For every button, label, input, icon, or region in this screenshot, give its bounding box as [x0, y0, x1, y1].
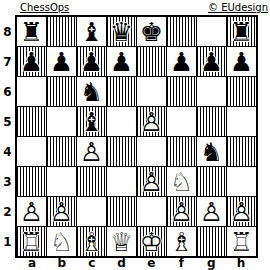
white-pawn-a2: ♟♙	[17, 197, 46, 226]
white-knight-b1: ♞♘	[47, 227, 76, 256]
square-d4[interactable]	[107, 137, 136, 166]
file-label-c: c	[77, 257, 107, 270]
square-c3[interactable]	[77, 167, 106, 196]
square-b7[interactable]: ♟	[47, 47, 76, 76]
piece-outline: ♖	[17, 227, 46, 256]
black-knight-g4: ♞	[197, 137, 226, 166]
rank-label-2: 2	[0, 197, 15, 227]
white-king-e1: ♚♔	[137, 227, 166, 256]
square-g1[interactable]	[197, 227, 226, 256]
square-d5[interactable]	[107, 107, 136, 136]
chess-board: ♜♝♛♚♜♟♟♟♟♟♟♟♞♝♟♙♟♙♞♟♙♞♘♟♙♟♙♟♙♟♙♟♙♜♖♞♘♝♗♛…	[17, 17, 256, 256]
piece-fill: ♟	[227, 197, 256, 226]
square-f3[interactable]: ♞♘	[167, 167, 196, 196]
piece-fill: ♝	[77, 227, 106, 256]
black-pawn-b7: ♟	[47, 47, 76, 76]
white-pawn-b2: ♟♙	[47, 197, 76, 226]
square-h6[interactable]	[227, 77, 256, 106]
square-h4[interactable]	[227, 137, 256, 166]
square-f4[interactable]	[167, 137, 196, 166]
piece-outline: ♙	[47, 197, 76, 226]
black-knight-c6: ♞	[77, 77, 106, 106]
square-f7[interactable]: ♟	[167, 47, 196, 76]
white-pawn-e5: ♟♙	[137, 107, 166, 136]
square-c8[interactable]: ♝	[77, 17, 106, 46]
piece-fill: ♟	[137, 167, 166, 196]
square-g8[interactable]	[197, 17, 226, 46]
square-c4[interactable]: ♟♙	[77, 137, 106, 166]
file-label-d: d	[107, 257, 137, 270]
piece-fill: ♚	[137, 227, 166, 256]
square-d8[interactable]: ♛	[107, 17, 136, 46]
black-pawn-f7: ♟	[167, 47, 196, 76]
white-pawn-g2: ♟♙	[197, 197, 226, 226]
white-bishop-f1: ♝♗	[167, 227, 196, 256]
square-b3[interactable]	[47, 167, 76, 196]
black-pawn-h7: ♟	[227, 47, 256, 76]
rank-label-1: 1	[0, 227, 15, 257]
white-pawn-c4: ♟♙	[77, 137, 106, 166]
black-pawn-c7: ♟	[77, 47, 106, 76]
piece-fill: ♟	[197, 197, 226, 226]
square-d6[interactable]	[107, 77, 136, 106]
piece-outline: ♙	[137, 167, 166, 196]
piece-fill: ♜	[17, 227, 46, 256]
square-a5[interactable]	[17, 107, 46, 136]
square-b8[interactable]	[47, 17, 76, 46]
white-queen-d1: ♛♕	[107, 227, 136, 256]
square-e3[interactable]: ♟♙	[137, 167, 166, 196]
square-c7[interactable]: ♟	[77, 47, 106, 76]
white-bishop-c1: ♝♗	[77, 227, 106, 256]
piece-fill: ♟	[167, 197, 196, 226]
square-a3[interactable]	[17, 167, 46, 196]
square-e7[interactable]	[137, 47, 166, 76]
piece-outline: ♘	[167, 167, 196, 196]
black-bishop-c5: ♝	[77, 107, 106, 136]
black-rook-a8: ♜	[17, 17, 46, 46]
square-d2[interactable]	[107, 197, 136, 226]
square-a6[interactable]	[17, 77, 46, 106]
square-f2[interactable]: ♟♙	[167, 197, 196, 226]
black-rook-h8: ♜	[227, 17, 256, 46]
square-h7[interactable]: ♟	[227, 47, 256, 76]
square-c6[interactable]: ♞	[77, 77, 106, 106]
square-c2[interactable]	[77, 197, 106, 226]
square-b5[interactable]	[47, 107, 76, 136]
white-knight-f3: ♞♘	[167, 167, 196, 196]
piece-fill: ♟	[17, 197, 46, 226]
square-h8[interactable]: ♜	[227, 17, 256, 46]
square-h2[interactable]: ♟♙	[227, 197, 256, 226]
square-e6[interactable]	[137, 77, 166, 106]
square-h5[interactable]	[227, 107, 256, 136]
square-g7[interactable]: ♟	[197, 47, 226, 76]
square-f1[interactable]: ♝♗	[167, 227, 196, 256]
square-a8[interactable]: ♜	[17, 17, 46, 46]
square-g6[interactable]	[197, 77, 226, 106]
square-h3[interactable]	[227, 167, 256, 196]
rank-label-6: 6	[0, 77, 15, 107]
square-a2[interactable]: ♟♙	[17, 197, 46, 226]
piece-fill: ♜	[227, 227, 256, 256]
rank-labels: 87654321	[0, 17, 15, 257]
rank-label-7: 7	[0, 47, 15, 77]
square-g3[interactable]	[197, 167, 226, 196]
chessops-diagram: ChessOps © EUdesign 87654321 ♜♝♛♚♜♟♟♟♟♟♟…	[0, 0, 270, 270]
rank-label-8: 8	[0, 17, 15, 47]
square-e4[interactable]	[137, 137, 166, 166]
square-b6[interactable]	[47, 77, 76, 106]
app-title[interactable]: ChessOps	[20, 1, 69, 14]
piece-outline: ♙	[137, 107, 166, 136]
file-label-b: b	[47, 257, 77, 270]
board-frame: ♜♝♛♚♜♟♟♟♟♟♟♟♞♝♟♙♟♙♞♟♙♞♘♟♙♟♙♟♙♟♙♟♙♜♖♞♘♝♗♛…	[15, 15, 258, 258]
white-pawn-e3: ♟♙	[137, 167, 166, 196]
square-e5[interactable]: ♟♙	[137, 107, 166, 136]
file-label-h: h	[226, 257, 256, 270]
file-label-a: a	[17, 257, 47, 270]
rank-label-5: 5	[0, 107, 15, 137]
piece-outline: ♗	[77, 227, 106, 256]
black-pawn-g7: ♟	[197, 47, 226, 76]
black-queen-d8: ♛	[107, 17, 136, 46]
square-d7[interactable]: ♟	[107, 47, 136, 76]
square-e2[interactable]	[137, 197, 166, 226]
file-labels: abcdefgh	[17, 257, 256, 270]
piece-fill: ♛	[107, 227, 136, 256]
square-g2[interactable]: ♟♙	[197, 197, 226, 226]
black-bishop-c8: ♝	[77, 17, 106, 46]
square-h1[interactable]: ♜♖	[227, 227, 256, 256]
piece-outline: ♘	[47, 227, 76, 256]
square-g4[interactable]: ♞	[197, 137, 226, 166]
square-g5[interactable]	[197, 107, 226, 136]
square-e1[interactable]: ♚♔	[137, 227, 166, 256]
square-a4[interactable]	[17, 137, 46, 166]
black-king-e8: ♚	[137, 17, 166, 46]
square-a7[interactable]: ♟	[17, 47, 46, 76]
piece-outline: ♕	[107, 227, 136, 256]
piece-outline: ♙	[197, 197, 226, 226]
credit-link[interactable]: © EUdesign	[208, 1, 268, 14]
black-pawn-a7: ♟	[17, 47, 46, 76]
piece-fill: ♟	[47, 197, 76, 226]
file-label-f: f	[166, 257, 196, 270]
square-d1[interactable]: ♛♕	[107, 227, 136, 256]
square-e8[interactable]: ♚	[137, 17, 166, 46]
piece-fill: ♟	[137, 107, 166, 136]
piece-fill: ♞	[47, 227, 76, 256]
square-f6[interactable]	[167, 77, 196, 106]
square-b4[interactable]	[47, 137, 76, 166]
piece-fill: ♝	[167, 227, 196, 256]
file-label-e: e	[137, 257, 167, 270]
piece-fill: ♟	[77, 137, 106, 166]
piece-outline: ♗	[167, 227, 196, 256]
square-c1[interactable]: ♝♗	[77, 227, 106, 256]
black-pawn-d7: ♟	[107, 47, 136, 76]
piece-outline: ♙	[17, 197, 46, 226]
piece-fill: ♞	[167, 167, 196, 196]
square-d3[interactable]	[107, 167, 136, 196]
piece-outline: ♙	[227, 197, 256, 226]
white-rook-h1: ♜♖	[227, 227, 256, 256]
square-a1[interactable]: ♜♖	[17, 227, 46, 256]
square-c5[interactable]: ♝	[77, 107, 106, 136]
square-f8[interactable]	[167, 17, 196, 46]
file-label-g: g	[196, 257, 226, 270]
white-rook-a1: ♜♖	[17, 227, 46, 256]
square-b1[interactable]: ♞♘	[47, 227, 76, 256]
white-pawn-h2: ♟♙	[227, 197, 256, 226]
square-b2[interactable]: ♟♙	[47, 197, 76, 226]
square-f5[interactable]	[167, 107, 196, 136]
piece-outline: ♙	[167, 197, 196, 226]
rank-label-4: 4	[0, 137, 15, 167]
piece-outline: ♔	[137, 227, 166, 256]
piece-outline: ♖	[227, 227, 256, 256]
rank-label-3: 3	[0, 167, 15, 197]
white-pawn-f2: ♟♙	[167, 197, 196, 226]
piece-outline: ♙	[77, 137, 106, 166]
